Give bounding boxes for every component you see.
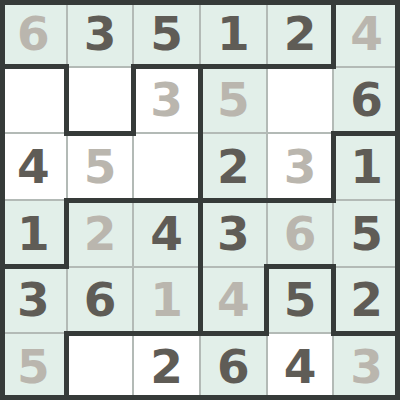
cell-r6c5[interactable]: 4 (267, 333, 334, 400)
cage-border-segment (64, 64, 69, 136)
cell-digit: 2 (84, 210, 117, 257)
cell-r2c1[interactable] (0, 67, 67, 134)
cell-digit: 5 (17, 343, 50, 390)
cage-border-segment (131, 64, 336, 69)
cell-r3c3[interactable] (133, 133, 200, 200)
cell-r1c5[interactable]: 2 (267, 0, 334, 67)
cell-r3c1[interactable]: 4 (0, 133, 67, 200)
cell-digit: 1 (150, 276, 183, 323)
cell-r2c4[interactable]: 5 (200, 67, 267, 134)
cell-r2c3[interactable]: 3 (133, 67, 200, 134)
cell-r5c5[interactable]: 5 (267, 267, 334, 334)
cell-digit: 5 (150, 10, 183, 57)
cell-digit: 3 (217, 210, 250, 257)
cell-digit: 2 (217, 143, 250, 190)
cell-r4c6[interactable]: 5 (333, 200, 400, 267)
cell-r1c1[interactable]: 6 (0, 0, 67, 67)
cage-border-segment (331, 0, 336, 69)
cell-digit: 1 (350, 143, 383, 190)
cell-digit: 4 (284, 343, 317, 390)
cell-digit: 6 (284, 210, 317, 257)
cage-border-segment (198, 64, 203, 336)
cell-r5c4[interactable]: 4 (200, 267, 267, 334)
cage-border-segment (64, 331, 69, 400)
cell-r6c3[interactable]: 2 (133, 333, 200, 400)
cage-border-segment (64, 131, 136, 136)
cell-r2c2[interactable] (67, 67, 134, 134)
cell-r6c6[interactable]: 3 (333, 333, 400, 400)
cell-digit: 3 (350, 343, 383, 390)
cell-r4c2[interactable]: 2 (67, 200, 134, 267)
cell-digit: 5 (284, 276, 317, 323)
cell-digit: 3 (150, 76, 183, 123)
cage-border-segment (0, 264, 69, 269)
cell-digit: 6 (350, 76, 383, 123)
cell-r4c5[interactable]: 6 (267, 200, 334, 267)
cell-r3c5[interactable]: 3 (267, 133, 334, 200)
cell-digit: 2 (150, 343, 183, 390)
cell-digit: 6 (17, 10, 50, 57)
cell-r6c4[interactable]: 6 (200, 333, 267, 400)
cell-r3c6[interactable]: 1 (333, 133, 400, 200)
cell-r2c5[interactable] (267, 67, 334, 134)
cell-digit: 2 (350, 276, 383, 323)
cell-r2c6[interactable]: 6 (333, 67, 400, 134)
cage-border-segment (64, 331, 269, 336)
cell-digit: 4 (217, 276, 250, 323)
cell-digit: 5 (217, 76, 250, 123)
cell-r5c1[interactable]: 3 (0, 267, 67, 334)
cell-r5c3[interactable]: 1 (133, 267, 200, 334)
cell-digit: 6 (217, 343, 250, 390)
cell-r6c2[interactable] (67, 333, 134, 400)
cell-digit: 4 (17, 143, 50, 190)
cell-digit: 3 (84, 10, 117, 57)
cell-digit: 1 (217, 10, 250, 57)
cell-r5c2[interactable]: 6 (67, 267, 134, 334)
cage-border-segment (264, 264, 336, 269)
cell-r1c4[interactable]: 1 (200, 0, 267, 67)
cage-border-segment (331, 131, 400, 136)
cell-r1c3[interactable]: 5 (133, 0, 200, 67)
cell-r4c4[interactable]: 3 (200, 200, 267, 267)
cell-digit: 5 (84, 143, 117, 190)
sudoku-board: 6351243564523112436536145252643 (0, 0, 400, 400)
cage-border-segment (331, 264, 336, 336)
cell-digit: 4 (150, 210, 183, 257)
cell-digit: 4 (350, 10, 383, 57)
cell-r6c1[interactable]: 5 (0, 333, 67, 400)
cell-r4c1[interactable]: 1 (0, 200, 67, 267)
cell-r1c6[interactable]: 4 (333, 0, 400, 67)
cage-border-segment (264, 264, 269, 336)
cell-digit: 1 (17, 210, 50, 257)
cell-r1c2[interactable]: 3 (67, 0, 134, 67)
cell-r5c6[interactable]: 2 (333, 267, 400, 334)
cell-digit: 3 (17, 276, 50, 323)
cage-border-segment (331, 131, 336, 203)
cell-r3c4[interactable]: 2 (200, 133, 267, 200)
cell-digit: 3 (284, 143, 317, 190)
cell-digit: 6 (84, 276, 117, 323)
cage-border-segment (0, 64, 69, 69)
cell-r4c3[interactable]: 4 (133, 200, 200, 267)
cage-border-segment (64, 198, 69, 270)
cage-border-segment (331, 331, 400, 336)
cell-digit: 5 (350, 210, 383, 257)
cell-digit: 2 (284, 10, 317, 57)
cage-border-segment (131, 64, 136, 136)
cell-r3c2[interactable]: 5 (67, 133, 134, 200)
